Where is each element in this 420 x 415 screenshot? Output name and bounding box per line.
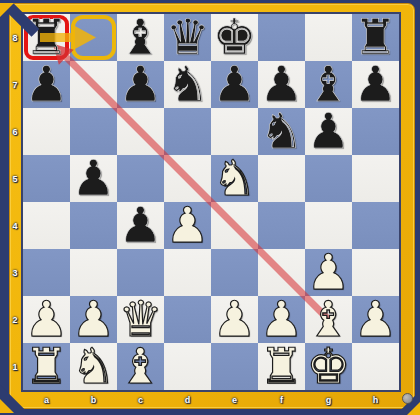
- rank-label-3: 3: [9, 249, 21, 296]
- piece-black-pawn-e7[interactable]: ♟: [211, 61, 258, 108]
- square-d2[interactable]: [164, 296, 211, 343]
- piece-black-rook-h8[interactable]: ♜: [352, 14, 399, 61]
- square-a4[interactable]: [23, 202, 70, 249]
- rank-label-6: 6: [9, 108, 21, 155]
- file-label-a: a: [23, 392, 70, 408]
- file-label-d: d: [164, 392, 211, 408]
- square-e4[interactable]: [211, 202, 258, 249]
- square-g5[interactable]: [305, 155, 352, 202]
- rank-label-5: 5: [9, 155, 21, 202]
- piece-white-queen-c2[interactable]: ♛: [117, 296, 164, 343]
- square-g4[interactable]: [305, 202, 352, 249]
- piece-black-pawn-c4[interactable]: ♟: [117, 202, 164, 249]
- square-h6[interactable]: [352, 108, 399, 155]
- square-c3[interactable]: [117, 249, 164, 296]
- square-b7[interactable]: [70, 61, 117, 108]
- square-c6[interactable]: [117, 108, 164, 155]
- rank-label-1: 1: [9, 343, 21, 390]
- square-d1[interactable]: [164, 343, 211, 390]
- square-e6[interactable]: [211, 108, 258, 155]
- piece-black-pawn-g6[interactable]: ♟: [305, 108, 352, 155]
- chess-board-panel: 87654321 abcdefgh ♜♝♛♚♜♟♟♞♟♟♝♟♞♟♟♟♞♟♟♟♟♛…: [0, 0, 420, 415]
- square-h3[interactable]: [352, 249, 399, 296]
- piece-black-queen-d8[interactable]: ♛: [164, 14, 211, 61]
- piece-black-bishop-g7[interactable]: ♝: [305, 61, 352, 108]
- square-b6[interactable]: [70, 108, 117, 155]
- square-c5[interactable]: [117, 155, 164, 202]
- piece-white-pawn-f2[interactable]: ♟: [258, 296, 305, 343]
- piece-white-bishop-c1[interactable]: ♝: [117, 343, 164, 390]
- square-d3[interactable]: [164, 249, 211, 296]
- file-label-c: c: [117, 392, 164, 408]
- piece-white-pawn-b2[interactable]: ♟: [70, 296, 117, 343]
- file-label-b: b: [70, 392, 117, 408]
- square-a3[interactable]: [23, 249, 70, 296]
- square-g8[interactable]: [305, 14, 352, 61]
- file-label-e: e: [211, 392, 258, 408]
- piece-white-knight-b1[interactable]: ♞: [70, 343, 117, 390]
- piece-white-king-g1[interactable]: ♚: [305, 343, 352, 390]
- square-b4[interactable]: [70, 202, 117, 249]
- square-h1[interactable]: [352, 343, 399, 390]
- square-a6[interactable]: [23, 108, 70, 155]
- square-a5[interactable]: [23, 155, 70, 202]
- piece-black-pawn-c7[interactable]: ♟: [117, 61, 164, 108]
- piece-white-pawn-e2[interactable]: ♟: [211, 296, 258, 343]
- piece-white-pawn-g3[interactable]: ♟: [305, 249, 352, 296]
- piece-white-knight-e5[interactable]: ♞: [211, 155, 258, 202]
- square-f3[interactable]: [258, 249, 305, 296]
- piece-white-rook-a1[interactable]: ♜: [23, 343, 70, 390]
- square-f8[interactable]: [258, 14, 305, 61]
- piece-black-pawn-h7[interactable]: ♟: [352, 61, 399, 108]
- piece-black-pawn-a7[interactable]: ♟: [23, 61, 70, 108]
- piece-white-rook-f1[interactable]: ♜: [258, 343, 305, 390]
- piece-white-bishop-g2[interactable]: ♝: [305, 296, 352, 343]
- square-f4[interactable]: [258, 202, 305, 249]
- piece-white-pawn-h2[interactable]: ♟: [352, 296, 399, 343]
- rank-label-7: 7: [9, 61, 21, 108]
- piece-black-knight-f6[interactable]: ♞: [258, 108, 305, 155]
- square-e3[interactable]: [211, 249, 258, 296]
- rank-label-4: 4: [9, 202, 21, 249]
- square-f5[interactable]: [258, 155, 305, 202]
- file-label-f: f: [258, 392, 305, 408]
- piece-black-pawn-b5[interactable]: ♟: [70, 155, 117, 202]
- piece-black-bishop-c8[interactable]: ♝: [117, 14, 164, 61]
- square-h4[interactable]: [352, 202, 399, 249]
- file-label-h: h: [352, 392, 399, 408]
- square-e1[interactable]: [211, 343, 258, 390]
- piece-black-knight-d7[interactable]: ♞: [164, 61, 211, 108]
- square-h5[interactable]: [352, 155, 399, 202]
- square-d6[interactable]: [164, 108, 211, 155]
- square-d5[interactable]: [164, 155, 211, 202]
- square-b3[interactable]: [70, 249, 117, 296]
- square-b8[interactable]: [70, 14, 117, 61]
- file-label-g: g: [305, 392, 352, 408]
- piece-white-pawn-a2[interactable]: ♟: [23, 296, 70, 343]
- piece-white-pawn-d4[interactable]: ♟: [164, 202, 211, 249]
- piece-black-pawn-f7[interactable]: ♟: [258, 61, 305, 108]
- corner-handle-dot[interactable]: [402, 393, 413, 404]
- piece-black-king-e8[interactable]: ♚: [211, 14, 258, 61]
- rank-label-2: 2: [9, 296, 21, 343]
